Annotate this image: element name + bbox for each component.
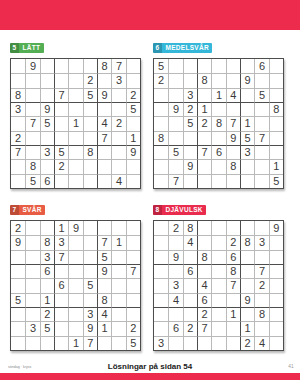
sudoku6-cell-r6c9[interactable] [269,131,283,145]
sudoku8-cell-r5c3[interactable] [183,278,197,292]
sudoku8-cell-r7c8[interactable]: 8 [254,307,268,321]
sudoku5-cell-r6c9[interactable]: 1 [126,131,140,145]
sudoku6-cell-r5c8[interactable] [254,116,268,130]
sudoku8-cell-r8c7[interactable]: 1 [240,321,254,335]
sudoku5-cell-r7c2[interactable] [25,145,39,159]
sudoku8-cell-r4c2[interactable] [168,264,182,278]
sudoku6-cell-r9c1[interactable] [154,174,168,188]
sudoku8-cell-r2c6[interactable]: 2 [226,235,240,249]
sudoku8-cell-r9c5[interactable] [211,336,225,350]
sudoku6-cell-r2c1[interactable]: 2 [154,73,168,87]
sudoku7-cell-r7c8[interactable] [111,307,125,321]
sudoku7-cell-r8c2[interactable]: 3 [25,321,39,335]
sudoku8-cell-r3c6[interactable]: 6 [226,250,240,264]
sudoku7-cell-r5c3[interactable] [40,278,54,292]
sudoku5-cell-r5c1[interactable] [11,116,25,130]
sudoku8-cell-r2c7[interactable]: 8 [240,235,254,249]
sudoku6-cell-r3c6[interactable]: 4 [226,88,240,102]
sudoku5-cell-r1c2[interactable]: 9 [25,59,39,73]
sudoku7-cell-r3c9[interactable] [126,250,140,264]
sudoku5-cell-r1c6[interactable] [83,59,97,73]
sudoku5-cell-r6c1[interactable]: 2 [11,131,25,145]
sudoku7-cell-r4c9[interactable]: 7 [126,264,140,278]
sudoku7-cell-r8c1[interactable] [11,321,25,335]
sudoku7-cell-r2c9[interactable] [126,235,140,249]
sudoku6-cell-r1c5[interactable] [211,59,225,73]
sudoku8-cell-r3c8[interactable] [254,250,268,264]
sudoku5-cell-r9c2[interactable]: 5 [25,174,39,188]
sudoku7-cell-r2c7[interactable]: 7 [97,235,111,249]
sudoku6-cell-r8c4[interactable] [197,159,211,173]
sudoku5-cell-r9c5[interactable] [68,174,82,188]
sudoku7-cell-r9c6[interactable]: 7 [83,336,97,350]
sudoku5-cell-r2c6[interactable]: 2 [83,73,97,87]
sudoku5-cell-r4c1[interactable]: 3 [11,102,25,116]
sudoku5-cell-r3c5[interactable] [68,88,82,102]
sudoku5-cell-r7c7[interactable] [97,145,111,159]
sudoku5-cell-r8c7[interactable] [97,159,111,173]
sudoku6-cell-r3c9[interactable] [269,88,283,102]
sudoku8-cell-r2c3[interactable]: 4 [183,235,197,249]
sudoku5-cell-r8c8[interactable] [111,159,125,173]
sudoku8-cell-r4c9[interactable] [269,264,283,278]
sudoku5-cell-r2c4[interactable] [54,73,68,87]
sudoku7-cell-r8c6[interactable]: 9 [83,321,97,335]
sudoku6-cell-r4c6[interactable] [226,102,240,116]
sudoku5-cell-r4c8[interactable] [111,102,125,116]
sudoku8-cell-r9c2[interactable] [168,336,182,350]
sudoku5-cell-r7c5[interactable] [68,145,82,159]
sudoku8-cell-r2c2[interactable] [168,235,182,249]
sudoku5-cell-r2c3[interactable] [40,73,54,87]
sudoku8-cell-r6c3[interactable] [183,293,197,307]
sudoku5-cell-r3c7[interactable]: 9 [97,88,111,102]
sudoku5-cell-r6c3[interactable] [40,131,54,145]
sudoku6-cell-r3c5[interactable]: 1 [211,88,225,102]
sudoku7-cell-r9c9[interactable]: 5 [126,336,140,350]
sudoku7-cell-r5c8[interactable] [111,278,125,292]
sudoku5-cell-r9c6[interactable] [83,174,97,188]
sudoku6-cell-r2c8[interactable] [254,73,268,87]
sudoku7-cell-r5c9[interactable] [126,278,140,292]
sudoku6-cell-r7c7[interactable]: 3 [240,145,254,159]
sudoku6-cell-r6c1[interactable]: 8 [154,131,168,145]
sudoku5-cell-r7c9[interactable]: 9 [126,145,140,159]
sudoku7-cell-r4c3[interactable]: 6 [40,264,54,278]
sudoku7-cell-r1c4[interactable]: 1 [54,221,68,235]
sudoku8-cell-r1c4[interactable] [197,221,211,235]
sudoku7-cell-r4c2[interactable] [25,264,39,278]
sudoku7-cell-r1c6[interactable] [83,221,97,235]
sudoku6-cell-r6c6[interactable]: 9 [226,131,240,145]
sudoku8-cell-r9c8[interactable]: 4 [254,336,268,350]
sudoku6-cell-r2c2[interactable] [168,73,182,87]
sudoku6-cell-r2c6[interactable] [226,73,240,87]
sudoku7-cell-r6c8[interactable] [111,293,125,307]
sudoku7-cell-r3c1[interactable] [11,250,25,264]
sudoku7-cell-r9c3[interactable] [40,336,54,350]
sudoku7-cell-r7c7[interactable]: 4 [97,307,111,321]
sudoku5-cell-r2c1[interactable] [11,73,25,87]
sudoku6-cell-r6c3[interactable] [183,131,197,145]
sudoku8-cell-r3c3[interactable] [183,250,197,264]
sudoku5-cell-r1c3[interactable] [40,59,54,73]
sudoku6-cell-r7c4[interactable]: 7 [197,145,211,159]
sudoku5-cell-r1c4[interactable] [54,59,68,73]
sudoku8-cell-r6c1[interactable] [154,293,168,307]
sudoku7-cell-r4c6[interactable] [83,264,97,278]
sudoku6-cell-r2c3[interactable] [183,73,197,87]
sudoku7-cell-r8c8[interactable] [111,321,125,335]
sudoku6-cell-r4c4[interactable]: 1 [197,102,211,116]
sudoku7-cell-r7c5[interactable] [68,307,82,321]
sudoku6-cell-r2c9[interactable] [269,73,283,87]
sudoku5-cell-r8c2[interactable]: 8 [25,159,39,173]
sudoku5-cell-r6c4[interactable] [54,131,68,145]
sudoku5-cell-r9c3[interactable]: 6 [40,174,54,188]
sudoku6-cell-r8c6[interactable]: 8 [226,159,240,173]
sudoku8-cell-r3c4[interactable]: 8 [197,250,211,264]
sudoku7-cell-r5c5[interactable] [68,278,82,292]
sudoku6-cell-r7c3[interactable] [183,145,197,159]
sudoku7-cell-r8c5[interactable] [68,321,82,335]
sudoku7-cell-r6c7[interactable]: 8 [97,293,111,307]
sudoku7-cell-r1c9[interactable] [126,221,140,235]
sudoku7-cell-r1c7[interactable] [97,221,111,235]
sudoku6-cell-r1c2[interactable] [168,59,182,73]
sudoku7-cell-r4c4[interactable] [54,264,68,278]
sudoku8-cell-r3c9[interactable] [269,250,283,264]
sudoku7-cell-r6c9[interactable] [126,293,140,307]
sudoku8-cell-r5c5[interactable] [211,278,225,292]
sudoku6-cell-r9c8[interactable] [254,174,268,188]
sudoku8-cell-r4c3[interactable]: 6 [183,264,197,278]
sudoku7-cell-r7c3[interactable]: 2 [40,307,54,321]
sudoku7-cell-r7c4[interactable] [54,307,68,321]
sudoku7-cell-r9c1[interactable] [11,336,25,350]
sudoku8-cell-r1c1[interactable] [154,221,168,235]
sudoku6-cell-r3c3[interactable]: 3 [183,88,197,102]
sudoku6-cell-r1c3[interactable] [183,59,197,73]
sudoku8-cell-r6c5[interactable] [211,293,225,307]
sudoku8-cell-r5c1[interactable] [154,278,168,292]
sudoku7-cell-r7c2[interactable] [25,307,39,321]
sudoku5-cell-r4c5[interactable] [68,102,82,116]
sudoku6-cell-r8c2[interactable] [168,159,182,173]
sudoku6-cell-r7c8[interactable] [254,145,268,159]
sudoku6-cell-r9c3[interactable] [183,174,197,188]
sudoku6-cell-r4c2[interactable]: 9 [168,102,182,116]
sudoku5-cell-r5c2[interactable]: 7 [25,116,39,130]
sudoku8-cell-r5c4[interactable]: 4 [197,278,211,292]
sudoku6-cell-r4c8[interactable] [254,102,268,116]
sudoku8-cell-r4c4[interactable] [197,264,211,278]
sudoku7-cell-r5c1[interactable] [11,278,25,292]
sudoku5-cell-r3c3[interactable] [40,88,54,102]
sudoku8-cell-r9c7[interactable]: 2 [240,336,254,350]
sudoku5-cell-r2c2[interactable] [25,73,39,87]
sudoku8-cell-r7c6[interactable]: 1 [226,307,240,321]
sudoku6-cell-r1c4[interactable] [197,59,211,73]
sudoku5-cell-r4c6[interactable] [83,102,97,116]
sudoku6-cell-r9c9[interactable]: 5 [269,174,283,188]
sudoku5-cell-r7c8[interactable] [111,145,125,159]
sudoku6-cell-r6c2[interactable] [168,131,182,145]
sudoku7-cell-r3c8[interactable] [111,250,125,264]
sudoku8-cell-r9c3[interactable] [183,336,197,350]
sudoku8-cell-r1c6[interactable] [226,221,240,235]
sudoku8-cell-r9c1[interactable]: 3 [154,336,168,350]
sudoku7-cell-r6c1[interactable]: 5 [11,293,25,307]
sudoku8-cell-r3c7[interactable] [240,250,254,264]
sudoku5-cell-r2c8[interactable]: 3 [111,73,125,87]
sudoku8-cell-r8c6[interactable] [226,321,240,335]
sudoku5-cell-r9c9[interactable] [126,174,140,188]
sudoku8-cell-r5c9[interactable] [269,278,283,292]
sudoku6-cell-r5c7[interactable]: 1 [240,116,254,130]
sudoku7-cell-r2c1[interactable]: 9 [11,235,25,249]
sudoku6-cell-r7c6[interactable] [226,145,240,159]
sudoku8-cell-r8c1[interactable] [154,321,168,335]
sudoku8-cell-r7c7[interactable] [240,307,254,321]
sudoku7-cell-r2c3[interactable]: 8 [40,235,54,249]
sudoku5-cell-r1c1[interactable] [11,59,25,73]
sudoku8-cell-r5c7[interactable] [240,278,254,292]
sudoku7-cell-r3c7[interactable]: 5 [97,250,111,264]
sudoku7-cell-r2c8[interactable]: 1 [111,235,125,249]
sudoku6-cell-r3c1[interactable] [154,88,168,102]
sudoku5-cell-r1c7[interactable]: 8 [97,59,111,73]
sudoku8-cell-r6c6[interactable] [226,293,240,307]
sudoku5-cell-r2c9[interactable] [126,73,140,87]
sudoku6-cell-r1c7[interactable] [240,59,254,73]
sudoku7-cell-r6c6[interactable] [83,293,97,307]
sudoku6-cell-r5c4[interactable]: 2 [197,116,211,130]
sudoku7-cell-r8c9[interactable]: 2 [126,321,140,335]
sudoku6-cell-r3c7[interactable] [240,88,254,102]
sudoku5-cell-r3c4[interactable]: 7 [54,88,68,102]
sudoku5-cell-r8c9[interactable] [126,159,140,173]
sudoku5-cell-r3c9[interactable]: 2 [126,88,140,102]
sudoku5-cell-r9c1[interactable] [11,174,25,188]
sudoku7-cell-r9c5[interactable]: 1 [68,336,82,350]
sudoku6-cell-r3c2[interactable] [168,88,182,102]
sudoku6-cell-r3c4[interactable] [197,88,211,102]
sudoku8-cell-r4c5[interactable] [211,264,225,278]
sudoku5-cell-r3c6[interactable]: 5 [83,88,97,102]
sudoku8-cell-r1c5[interactable] [211,221,225,235]
sudoku5-cell-r5c3[interactable]: 5 [40,116,54,130]
sudoku5-cell-r6c8[interactable] [111,131,125,145]
sudoku7-cell-r3c6[interactable] [83,250,97,264]
sudoku6-cell-r5c2[interactable] [168,116,182,130]
sudoku6-cell-r6c7[interactable]: 5 [240,131,254,145]
sudoku5-cell-r2c5[interactable] [68,73,82,87]
sudoku5-cell-r4c4[interactable] [54,102,68,116]
sudoku7-cell-r4c8[interactable] [111,264,125,278]
sudoku6-cell-r4c3[interactable]: 2 [183,102,197,116]
sudoku7-cell-r1c3[interactable] [40,221,54,235]
sudoku5-cell-r3c1[interactable]: 8 [11,88,25,102]
sudoku7-cell-r7c1[interactable] [11,307,25,321]
sudoku7-cell-r9c7[interactable] [97,336,111,350]
sudoku8-cell-r2c8[interactable]: 3 [254,235,268,249]
sudoku5-cell-r1c9[interactable] [126,59,140,73]
sudoku8-cell-r4c7[interactable] [240,264,254,278]
sudoku7-cell-r5c2[interactable] [25,278,39,292]
sudoku8-cell-r2c1[interactable] [154,235,168,249]
sudoku8-cell-r8c4[interactable]: 7 [197,321,211,335]
sudoku7-cell-r1c8[interactable] [111,221,125,235]
sudoku7-cell-r3c2[interactable] [25,250,39,264]
sudoku8-cell-r7c9[interactable] [269,307,283,321]
sudoku7-cell-r5c7[interactable] [97,278,111,292]
sudoku5-cell-r1c5[interactable] [68,59,82,73]
sudoku8-cell-r1c9[interactable]: 9 [269,221,283,235]
sudoku6-cell-r3c8[interactable]: 5 [254,88,268,102]
sudoku5-cell-r5c4[interactable] [54,116,68,130]
sudoku5-cell-r8c1[interactable] [11,159,25,173]
sudoku6-cell-r1c9[interactable] [269,59,283,73]
sudoku5-cell-r9c7[interactable] [97,174,111,188]
sudoku7-cell-r2c4[interactable]: 3 [54,235,68,249]
sudoku8-cell-r9c6[interactable] [226,336,240,350]
sudoku6-cell-r8c9[interactable]: 1 [269,159,283,173]
sudoku7-cell-r9c2[interactable] [25,336,39,350]
sudoku6-cell-r1c8[interactable]: 6 [254,59,268,73]
sudoku7-cell-r7c9[interactable] [126,307,140,321]
sudoku6-cell-r8c7[interactable] [240,159,254,173]
sudoku8-cell-r8c8[interactable] [254,321,268,335]
sudoku8-cell-r5c8[interactable]: 2 [254,278,268,292]
sudoku8-cell-r7c2[interactable] [168,307,182,321]
sudoku6-cell-r5c3[interactable]: 5 [183,116,197,130]
sudoku6-cell-r4c1[interactable] [154,102,168,116]
sudoku6-cell-r9c2[interactable]: 7 [168,174,182,188]
sudoku7-cell-r3c5[interactable] [68,250,82,264]
sudoku7-cell-r3c3[interactable]: 3 [40,250,54,264]
sudoku6-cell-r9c5[interactable] [211,174,225,188]
sudoku7-cell-r9c8[interactable] [111,336,125,350]
sudoku8-cell-r9c4[interactable] [197,336,211,350]
sudoku8-cell-r7c1[interactable] [154,307,168,321]
sudoku8-cell-r1c8[interactable] [254,221,268,235]
sudoku5-cell-r8c5[interactable] [68,159,82,173]
sudoku5-cell-r7c1[interactable]: 7 [11,145,25,159]
sudoku8-cell-r2c4[interactable] [197,235,211,249]
sudoku7-cell-r8c7[interactable]: 1 [97,321,111,335]
sudoku6-cell-r7c5[interactable]: 6 [211,145,225,159]
sudoku5-cell-r7c3[interactable]: 3 [40,145,54,159]
sudoku6-cell-r1c1[interactable]: 5 [154,59,168,73]
sudoku6-cell-r8c8[interactable] [254,159,268,173]
sudoku5-cell-r8c3[interactable] [40,159,54,173]
sudoku5-cell-r5c9[interactable] [126,116,140,130]
sudoku5-cell-r4c2[interactable] [25,102,39,116]
sudoku7-cell-r2c2[interactable] [25,235,39,249]
sudoku6-cell-r8c1[interactable] [154,159,168,173]
sudoku8-cell-r7c5[interactable] [211,307,225,321]
sudoku5-cell-r5c7[interactable]: 4 [97,116,111,130]
sudoku7-cell-r2c5[interactable] [68,235,82,249]
sudoku6-cell-r6c4[interactable] [197,131,211,145]
sudoku5-cell-r8c6[interactable] [83,159,97,173]
sudoku7-cell-r5c4[interactable]: 6 [54,278,68,292]
sudoku8-cell-r5c6[interactable]: 7 [226,278,240,292]
sudoku5-cell-r7c4[interactable]: 5 [54,145,68,159]
sudoku6-cell-r7c1[interactable] [154,145,168,159]
sudoku8-cell-r1c2[interactable]: 2 [168,221,182,235]
sudoku8-cell-r9c9[interactable] [269,336,283,350]
sudoku7-cell-r8c4[interactable] [54,321,68,335]
sudoku6-cell-r2c4[interactable]: 8 [197,73,211,87]
sudoku8-cell-r5c2[interactable]: 3 [168,278,182,292]
sudoku7-cell-r5c6[interactable]: 5 [83,278,97,292]
sudoku6-cell-r7c9[interactable] [269,145,283,159]
sudoku7-cell-r4c7[interactable]: 9 [97,264,111,278]
sudoku5-cell-r2c7[interactable] [97,73,111,87]
sudoku6-cell-r9c7[interactable] [240,174,254,188]
sudoku7-cell-r1c1[interactable]: 2 [11,221,25,235]
sudoku8-cell-r8c9[interactable] [269,321,283,335]
sudoku6-cell-r6c8[interactable]: 7 [254,131,268,145]
sudoku8-cell-r3c5[interactable] [211,250,225,264]
sudoku7-cell-r6c4[interactable] [54,293,68,307]
sudoku5-cell-r8c4[interactable]: 2 [54,159,68,173]
sudoku5-cell-r5c8[interactable]: 2 [111,116,125,130]
sudoku6-cell-r8c3[interactable]: 9 [183,159,197,173]
sudoku7-cell-r1c2[interactable] [25,221,39,235]
sudoku7-cell-r3c4[interactable]: 7 [54,250,68,264]
sudoku8-cell-r6c9[interactable] [269,293,283,307]
sudoku5-cell-r4c7[interactable] [97,102,111,116]
sudoku5-cell-r3c2[interactable] [25,88,39,102]
sudoku8-cell-r1c3[interactable]: 8 [183,221,197,235]
sudoku7-cell-r6c2[interactable] [25,293,39,307]
sudoku8-cell-r6c2[interactable]: 4 [168,293,182,307]
sudoku6-cell-r9c6[interactable] [226,174,240,188]
sudoku6-cell-r7c2[interactable]: 5 [168,145,182,159]
sudoku8-cell-r7c3[interactable] [183,307,197,321]
sudoku5-cell-r6c5[interactable] [68,131,82,145]
sudoku6-cell-r5c5[interactable]: 8 [211,116,225,130]
sudoku8-cell-r4c6[interactable]: 8 [226,264,240,278]
sudoku5-cell-r9c4[interactable] [54,174,68,188]
sudoku7-cell-r2c6[interactable] [83,235,97,249]
sudoku8-cell-r4c1[interactable] [154,264,168,278]
sudoku7-cell-r8c3[interactable]: 5 [40,321,54,335]
sudoku6-cell-r2c5[interactable] [211,73,225,87]
sudoku6-cell-r5c6[interactable]: 7 [226,116,240,130]
sudoku7-cell-r9c4[interactable] [54,336,68,350]
sudoku5-cell-r3c8[interactable] [111,88,125,102]
sudoku7-cell-r4c1[interactable] [11,264,25,278]
sudoku6-cell-r6c5[interactable] [211,131,225,145]
sudoku8-cell-r4c8[interactable]: 7 [254,264,268,278]
sudoku8-cell-r3c2[interactable]: 9 [168,250,182,264]
sudoku6-cell-r2c7[interactable]: 9 [240,73,254,87]
sudoku8-cell-r3c1[interactable] [154,250,168,264]
sudoku8-cell-r2c9[interactable] [269,235,283,249]
sudoku5-cell-r5c6[interactable] [83,116,97,130]
sudoku5-cell-r9c8[interactable]: 4 [111,174,125,188]
sudoku6-cell-r5c9[interactable] [269,116,283,130]
sudoku7-cell-r6c5[interactable] [68,293,82,307]
sudoku7-cell-r4c5[interactable] [68,264,82,278]
sudoku8-cell-r1c7[interactable] [240,221,254,235]
sudoku8-cell-r6c7[interactable]: 9 [240,293,254,307]
sudoku8-cell-r8c3[interactable]: 2 [183,321,197,335]
